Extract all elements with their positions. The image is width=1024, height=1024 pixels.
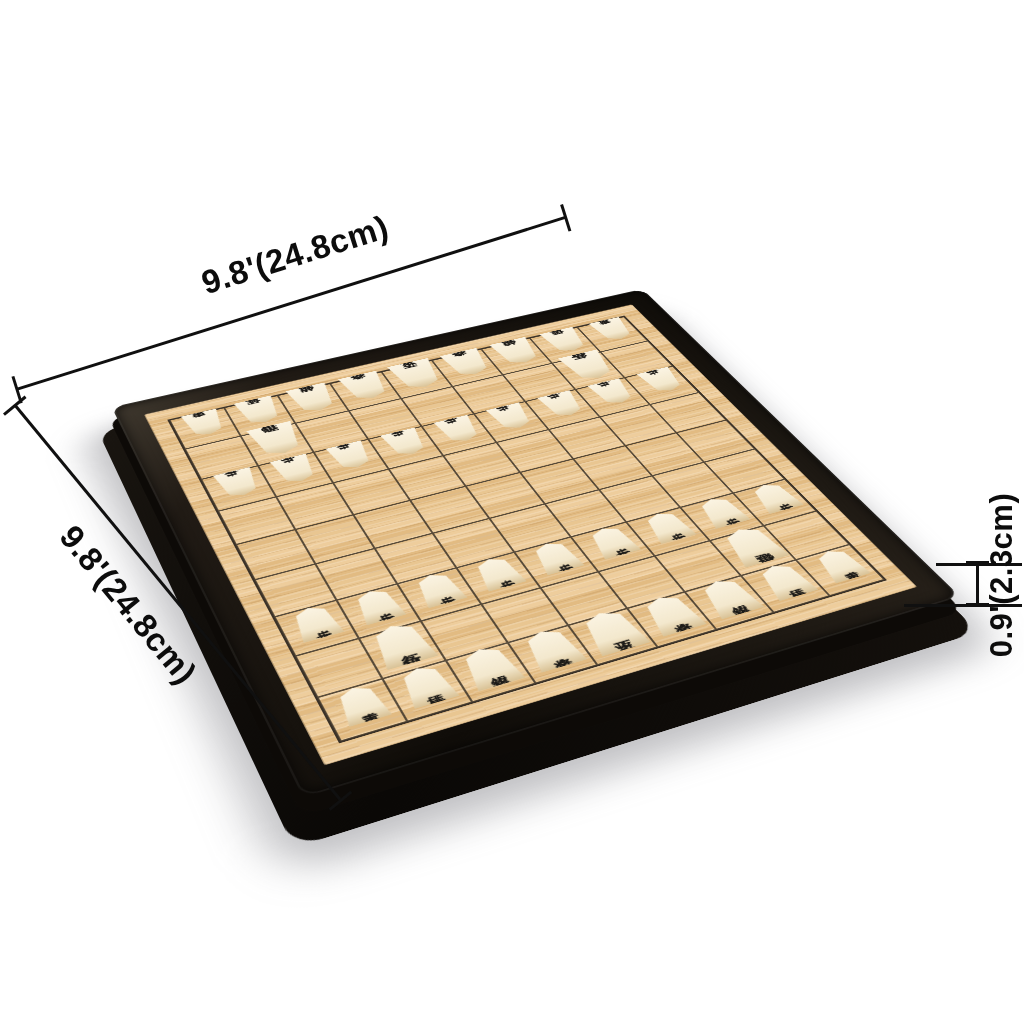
piece-sente-pawn[interactable]: 歩兵	[469, 554, 527, 592]
piece-sente-pawn[interactable]: 歩兵	[410, 570, 468, 609]
piece-gote-pawn[interactable]: 歩兵	[433, 415, 485, 445]
piece-sente-pawn[interactable]: 歩兵	[639, 509, 697, 544]
piece-sente-lance[interactable]: 香車	[331, 682, 393, 727]
piece-gote-pawn[interactable]: 歩兵	[212, 467, 264, 500]
piece-sente-pawn[interactable]: 歩兵	[584, 524, 642, 560]
product-photo-stage: 香車桂馬銀将金将玉将金将銀将桂馬香車飛車角行歩兵歩兵歩兵歩兵歩兵歩兵歩兵歩兵歩兵…	[0, 0, 1024, 1024]
piece-sente-rook[interactable]: 飛車	[716, 523, 790, 567]
piece-sente-pawn[interactable]: 歩兵	[349, 586, 407, 625]
board-scene: 香車桂馬銀将金将玉将金将銀将桂馬香車飛車角行歩兵歩兵歩兵歩兵歩兵歩兵歩兵歩兵歩兵…	[0, 0, 1024, 1024]
piece-sente-bishop[interactable]: 角行	[365, 619, 440, 670]
height-dimension-label: 0.9'(2.3cm)	[984, 405, 1020, 745]
piece-sente-king[interactable]: 王将	[574, 606, 651, 656]
piece-gote-pawn[interactable]: 歩兵	[485, 402, 537, 432]
piece-gote-pawn[interactable]: 歩兵	[325, 440, 377, 471]
piece-sente-silver[interactable]: 銀将	[694, 575, 765, 619]
thickness-dimension-line	[976, 563, 979, 607]
